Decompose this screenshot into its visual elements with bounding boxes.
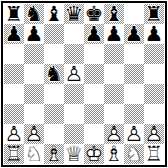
square-g4[interactable] <box>124 84 144 104</box>
square-g8[interactable] <box>124 4 144 24</box>
square-h4[interactable] <box>144 84 164 104</box>
square-c5[interactable]: ♞ <box>44 64 64 84</box>
square-g1[interactable]: ♞♘ <box>124 144 144 164</box>
square-a4[interactable] <box>4 84 24 104</box>
square-f8[interactable]: ♝ <box>104 4 124 24</box>
square-c7[interactable] <box>44 24 64 44</box>
square-b1[interactable]: ♞♘ <box>24 144 44 164</box>
white-pawn: ♟♙ <box>104 124 124 144</box>
white-knight: ♞♘ <box>24 144 44 164</box>
square-a1[interactable]: ♜♖ <box>4 144 24 164</box>
white-rook: ♜♖ <box>4 144 24 164</box>
square-e5[interactable] <box>84 64 104 84</box>
rook-outline-glyph: ♖ <box>144 144 164 164</box>
white-knight: ♞♘ <box>124 144 144 164</box>
square-d6[interactable] <box>64 44 84 64</box>
knight-glyph: ♞ <box>24 4 44 24</box>
square-e1[interactable]: ♚♔ <box>84 144 104 164</box>
square-e3[interactable] <box>84 104 104 124</box>
square-h1[interactable]: ♜♖ <box>144 144 164 164</box>
black-pawn: ♟ <box>124 24 144 44</box>
square-d2[interactable] <box>64 124 84 144</box>
black-rook: ♜ <box>4 4 24 24</box>
square-d8[interactable]: ♛ <box>64 4 84 24</box>
square-d4[interactable] <box>64 84 84 104</box>
square-b8[interactable]: ♞ <box>24 4 44 24</box>
square-d5[interactable]: ♟♙ <box>64 64 84 84</box>
black-knight: ♞ <box>24 4 44 24</box>
square-e7[interactable]: ♟ <box>84 24 104 44</box>
square-f7[interactable]: ♟ <box>104 24 124 44</box>
queen-glyph: ♛ <box>64 4 84 24</box>
square-g2[interactable]: ♟♙ <box>124 124 144 144</box>
black-pawn: ♟ <box>24 24 44 44</box>
square-a2[interactable]: ♟♙ <box>4 124 24 144</box>
knight-outline-glyph: ♘ <box>24 144 44 164</box>
square-g5[interactable] <box>124 64 144 84</box>
king-glyph: ♚ <box>84 4 104 24</box>
square-a7[interactable]: ♟ <box>4 24 24 44</box>
square-e8[interactable]: ♚ <box>84 4 104 24</box>
black-rook: ♜ <box>144 4 164 24</box>
square-f4[interactable] <box>104 84 124 104</box>
white-bishop: ♝♗ <box>44 144 64 164</box>
white-pawn: ♟♙ <box>24 124 44 144</box>
square-b6[interactable] <box>24 44 44 64</box>
chess-board: ♜♞♝♛♚♝♜♟♟♟♟♟♟♞♟♙♟♙♟♙♟♙♟♙♟♙♜♖♞♘♝♗♛♕♚♔♝♗♞♘… <box>4 4 164 164</box>
square-e4[interactable] <box>84 84 104 104</box>
square-f5[interactable] <box>104 64 124 84</box>
black-pawn: ♟ <box>84 24 104 44</box>
square-g7[interactable]: ♟ <box>124 24 144 44</box>
black-bishop: ♝ <box>104 4 124 24</box>
square-c8[interactable]: ♝ <box>44 4 64 24</box>
square-e6[interactable] <box>84 44 104 64</box>
pawn-glyph: ♟ <box>84 24 104 44</box>
square-e2[interactable] <box>84 124 104 144</box>
pawn-outline-glyph: ♙ <box>104 124 124 144</box>
white-queen: ♛♕ <box>64 144 84 164</box>
square-h2[interactable]: ♟♙ <box>144 124 164 144</box>
pawn-glyph: ♟ <box>24 24 44 44</box>
square-a5[interactable] <box>4 64 24 84</box>
bishop-outline-glyph: ♗ <box>104 144 124 164</box>
white-pawn: ♟♙ <box>124 124 144 144</box>
bishop-glyph: ♝ <box>104 4 124 24</box>
rook-glyph: ♜ <box>144 4 164 24</box>
square-d3[interactable] <box>64 104 84 124</box>
square-a8[interactable]: ♜ <box>4 4 24 24</box>
black-knight: ♞ <box>44 64 64 84</box>
bishop-outline-glyph: ♗ <box>44 144 64 164</box>
bishop-glyph: ♝ <box>44 4 64 24</box>
white-bishop: ♝♗ <box>104 144 124 164</box>
square-h3[interactable] <box>144 104 164 124</box>
square-h7[interactable]: ♟ <box>144 24 164 44</box>
pawn-glyph: ♟ <box>144 24 164 44</box>
pawn-outline-glyph: ♙ <box>24 124 44 144</box>
square-h6[interactable] <box>144 44 164 64</box>
rook-glyph: ♜ <box>4 4 24 24</box>
square-c2[interactable] <box>44 124 64 144</box>
square-b7[interactable]: ♟ <box>24 24 44 44</box>
square-c3[interactable] <box>44 104 64 124</box>
black-pawn: ♟ <box>4 24 24 44</box>
square-d1[interactable]: ♛♕ <box>64 144 84 164</box>
square-b2[interactable]: ♟♙ <box>24 124 44 144</box>
square-a3[interactable] <box>4 104 24 124</box>
black-pawn: ♟ <box>104 24 124 44</box>
square-f2[interactable]: ♟♙ <box>104 124 124 144</box>
square-f1[interactable]: ♝♗ <box>104 144 124 164</box>
square-f6[interactable] <box>104 44 124 64</box>
pawn-outline-glyph: ♙ <box>4 124 24 144</box>
pawn-outline-glyph: ♙ <box>64 64 84 84</box>
square-g6[interactable] <box>124 44 144 64</box>
knight-outline-glyph: ♘ <box>124 144 144 164</box>
white-pawn: ♟♙ <box>64 64 84 84</box>
rook-outline-glyph: ♖ <box>4 144 24 164</box>
pawn-glyph: ♟ <box>104 24 124 44</box>
square-c1[interactable]: ♝♗ <box>44 144 64 164</box>
black-bishop: ♝ <box>44 4 64 24</box>
square-b4[interactable] <box>24 84 44 104</box>
square-f3[interactable] <box>104 104 124 124</box>
black-pawn: ♟ <box>144 24 164 44</box>
queen-outline-glyph: ♕ <box>64 144 84 164</box>
square-a6[interactable] <box>4 44 24 64</box>
white-king: ♚♔ <box>84 144 104 164</box>
square-d7[interactable] <box>64 24 84 44</box>
square-b3[interactable] <box>24 104 44 124</box>
black-king: ♚ <box>84 4 104 24</box>
white-pawn: ♟♙ <box>4 124 24 144</box>
square-c6[interactable] <box>44 44 64 64</box>
pawn-glyph: ♟ <box>4 24 24 44</box>
black-queen: ♛ <box>64 4 84 24</box>
white-pawn: ♟♙ <box>144 124 164 144</box>
white-rook: ♜♖ <box>144 144 164 164</box>
chess-board-frame: ♜♞♝♛♚♝♜♟♟♟♟♟♟♞♟♙♟♙♟♙♟♙♟♙♟♙♜♖♞♘♝♗♛♕♚♔♝♗♞♘… <box>1 1 167 167</box>
pawn-glyph: ♟ <box>124 24 144 44</box>
square-c4[interactable] <box>44 84 64 104</box>
pawn-outline-glyph: ♙ <box>124 124 144 144</box>
square-g3[interactable] <box>124 104 144 124</box>
pawn-outline-glyph: ♙ <box>144 124 164 144</box>
knight-glyph: ♞ <box>44 64 64 84</box>
square-h8[interactable]: ♜ <box>144 4 164 24</box>
king-outline-glyph: ♔ <box>84 144 104 164</box>
square-h5[interactable] <box>144 64 164 84</box>
square-b5[interactable] <box>24 64 44 84</box>
